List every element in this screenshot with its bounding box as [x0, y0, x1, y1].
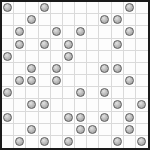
cell-r1c8[interactable]	[99, 14, 111, 26]
cell-r9c6[interactable]	[75, 112, 87, 124]
cell-r8c10[interactable]	[124, 99, 136, 111]
gray-stone	[100, 113, 109, 122]
cell-r10c10[interactable]	[124, 124, 136, 136]
cell-r5c3[interactable]	[39, 63, 51, 75]
gray-stone	[40, 100, 49, 109]
cell-r8c3[interactable]	[39, 99, 51, 111]
cell-r7c6[interactable]	[75, 87, 87, 99]
cell-r0c4[interactable]	[51, 2, 63, 14]
cell-r6c1[interactable]	[14, 75, 26, 87]
cell-r3c8[interactable]	[99, 39, 111, 51]
gray-stone	[88, 125, 97, 134]
cell-r11c6[interactable]	[75, 136, 87, 148]
cell-r9c7[interactable]	[87, 112, 99, 124]
gray-stone	[40, 40, 49, 49]
cell-r6c3[interactable]	[39, 75, 51, 87]
cell-r4c6[interactable]	[75, 51, 87, 63]
cell-r3c3[interactable]	[39, 39, 51, 51]
cell-r7c9[interactable]	[112, 87, 124, 99]
cell-r0c10[interactable]	[124, 2, 136, 14]
gray-stone	[100, 64, 109, 73]
cell-r8c11[interactable]	[136, 99, 148, 111]
cell-r3c1[interactable]	[14, 39, 26, 51]
cell-r9c8[interactable]	[99, 112, 111, 124]
cell-r7c0[interactable]	[2, 87, 14, 99]
cell-r2c6[interactable]	[75, 26, 87, 38]
cell-r3c7[interactable]	[87, 39, 99, 51]
cell-r5c2[interactable]	[26, 63, 38, 75]
cell-r2c1[interactable]	[14, 26, 26, 38]
gray-stone	[27, 100, 36, 109]
cell-r5c10[interactable]	[124, 63, 136, 75]
cell-r9c9[interactable]	[112, 112, 124, 124]
gray-stone	[125, 3, 134, 12]
cell-r1c10[interactable]	[124, 14, 136, 26]
gray-stone	[113, 137, 122, 146]
cell-r10c2[interactable]	[26, 124, 38, 136]
cell-r11c4[interactable]	[51, 136, 63, 148]
cell-r4c9[interactable]	[112, 51, 124, 63]
cell-r7c3[interactable]	[39, 87, 51, 99]
gray-stone	[76, 27, 85, 36]
cell-r8c5[interactable]	[63, 99, 75, 111]
cell-r8c9[interactable]	[112, 99, 124, 111]
cell-r10c3[interactable]	[39, 124, 51, 136]
gray-stone	[3, 3, 12, 12]
cell-r10c4[interactable]	[51, 124, 63, 136]
cell-r4c0[interactable]	[2, 51, 14, 63]
cell-r3c2[interactable]	[26, 39, 38, 51]
cell-r4c1[interactable]	[14, 51, 26, 63]
cell-r6c0[interactable]	[2, 75, 14, 87]
cell-r4c7[interactable]	[87, 51, 99, 63]
cell-r10c0[interactable]	[2, 124, 14, 136]
cell-r1c7[interactable]	[87, 14, 99, 26]
cell-r4c3[interactable]	[39, 51, 51, 63]
cell-r11c3[interactable]	[39, 136, 51, 148]
cell-r7c11[interactable]	[136, 87, 148, 99]
cell-r10c11[interactable]	[136, 124, 148, 136]
cell-r5c8[interactable]	[99, 63, 111, 75]
gray-stone	[113, 15, 122, 24]
cell-r7c5[interactable]	[63, 87, 75, 99]
cell-r8c7[interactable]	[87, 99, 99, 111]
cell-r2c11[interactable]	[136, 26, 148, 38]
cell-r4c5[interactable]	[63, 51, 75, 63]
gray-stone	[15, 27, 24, 36]
cell-r1c2[interactable]	[26, 14, 38, 26]
gray-stone	[52, 64, 61, 73]
cell-r7c4[interactable]	[51, 87, 63, 99]
cell-r2c8[interactable]	[99, 26, 111, 38]
gray-stone	[15, 40, 24, 49]
gray-stone	[76, 113, 85, 122]
cell-r4c4[interactable]	[51, 51, 63, 63]
cell-r7c1[interactable]	[14, 87, 26, 99]
cell-r3c6[interactable]	[75, 39, 87, 51]
cell-r0c9[interactable]	[112, 2, 124, 14]
gray-stone	[64, 40, 73, 49]
cell-r8c8[interactable]	[99, 99, 111, 111]
cell-r3c4[interactable]	[51, 39, 63, 51]
cell-r4c10[interactable]	[124, 51, 136, 63]
cell-r0c2[interactable]	[26, 2, 38, 14]
cell-r2c7[interactable]	[87, 26, 99, 38]
cell-r8c6[interactable]	[75, 99, 87, 111]
gray-stone	[64, 52, 73, 61]
cell-r2c4[interactable]	[51, 26, 63, 38]
cell-r11c7[interactable]	[87, 136, 99, 148]
cell-r0c5[interactable]	[63, 2, 75, 14]
cell-r5c11[interactable]	[136, 63, 148, 75]
cell-r0c6[interactable]	[75, 2, 87, 14]
cell-r0c11[interactable]	[136, 2, 148, 14]
cell-r6c6[interactable]	[75, 75, 87, 87]
cell-r0c1[interactable]	[14, 2, 26, 14]
cell-r2c9[interactable]	[112, 26, 124, 38]
cell-r11c1[interactable]	[14, 136, 26, 148]
gray-stone	[3, 52, 12, 61]
cell-r5c4[interactable]	[51, 63, 63, 75]
cell-r7c2[interactable]	[26, 87, 38, 99]
cell-r7c10[interactable]	[124, 87, 136, 99]
cell-r3c11[interactable]	[136, 39, 148, 51]
cell-r8c2[interactable]	[26, 99, 38, 111]
cell-r6c5[interactable]	[63, 75, 75, 87]
cell-r4c8[interactable]	[99, 51, 111, 63]
cell-r0c3[interactable]	[39, 2, 51, 14]
gray-stone	[76, 125, 85, 134]
cell-r11c8[interactable]	[99, 136, 111, 148]
cell-r0c8[interactable]	[99, 2, 111, 14]
cell-r11c0[interactable]	[2, 136, 14, 148]
cell-r5c6[interactable]	[75, 63, 87, 75]
cell-r11c11[interactable]	[136, 136, 148, 148]
cell-r1c11[interactable]	[136, 14, 148, 26]
gray-stone	[137, 137, 146, 146]
cell-r9c1[interactable]	[14, 112, 26, 124]
cell-r3c9[interactable]	[112, 39, 124, 51]
gray-stone	[113, 64, 122, 73]
gray-stone	[52, 76, 61, 85]
cell-r3c0[interactable]	[2, 39, 14, 51]
cell-r5c7[interactable]	[87, 63, 99, 75]
cell-r4c2[interactable]	[26, 51, 38, 63]
puzzle-board	[0, 0, 150, 150]
cell-r0c0[interactable]	[2, 2, 14, 14]
cell-r5c1[interactable]	[14, 63, 26, 75]
cell-r11c2[interactable]	[26, 136, 38, 148]
cell-r1c0[interactable]	[2, 14, 14, 26]
gray-stone	[137, 100, 146, 109]
gray-stone	[52, 27, 61, 36]
cell-r1c3[interactable]	[39, 14, 51, 26]
gray-stone	[64, 137, 73, 146]
cell-r9c2[interactable]	[26, 112, 38, 124]
cell-r8c0[interactable]	[2, 99, 14, 111]
cell-r0c7[interactable]	[87, 2, 99, 14]
cell-r9c0[interactable]	[2, 112, 14, 124]
gray-stone	[125, 125, 134, 134]
cell-r8c4[interactable]	[51, 99, 63, 111]
cell-r6c8[interactable]	[99, 75, 111, 87]
cell-r10c5[interactable]	[63, 124, 75, 136]
cell-r9c4[interactable]	[51, 112, 63, 124]
gray-stone	[27, 15, 36, 24]
gray-stone	[125, 27, 134, 36]
cell-r10c9[interactable]	[112, 124, 124, 136]
cell-r6c4[interactable]	[51, 75, 63, 87]
gray-stone	[100, 15, 109, 24]
cell-r2c0[interactable]	[2, 26, 14, 38]
cell-r1c4[interactable]	[51, 14, 63, 26]
gray-stone	[113, 100, 122, 109]
cell-r2c5[interactable]	[63, 26, 75, 38]
cell-r1c9[interactable]	[112, 14, 124, 26]
cell-r1c5[interactable]	[63, 14, 75, 26]
cell-r6c10[interactable]	[124, 75, 136, 87]
cell-r7c7[interactable]	[87, 87, 99, 99]
cell-r4c11[interactable]	[136, 51, 148, 63]
gray-stone	[40, 3, 49, 12]
cell-r6c11[interactable]	[136, 75, 148, 87]
cell-r8c1[interactable]	[14, 99, 26, 111]
gray-stone	[125, 76, 134, 85]
gray-stone	[27, 125, 36, 134]
gray-stone	[64, 113, 73, 122]
cell-r6c2[interactable]	[26, 75, 38, 87]
cell-r9c5[interactable]	[63, 112, 75, 124]
cell-r9c3[interactable]	[39, 112, 51, 124]
gray-stone	[125, 113, 134, 122]
cell-r6c9[interactable]	[112, 75, 124, 87]
gray-stone	[3, 88, 12, 97]
cell-r6c7[interactable]	[87, 75, 99, 87]
cell-r3c5[interactable]	[63, 39, 75, 51]
cell-r2c10[interactable]	[124, 26, 136, 38]
cell-r9c11[interactable]	[136, 112, 148, 124]
cell-r10c7[interactable]	[87, 124, 99, 136]
gray-stone	[113, 40, 122, 49]
cell-r2c3[interactable]	[39, 26, 51, 38]
cell-r5c0[interactable]	[2, 63, 14, 75]
gray-stone	[27, 76, 36, 85]
cell-r5c9[interactable]	[112, 63, 124, 75]
cell-r7c8[interactable]	[99, 87, 111, 99]
cell-r3c10[interactable]	[124, 39, 136, 51]
cell-r2c2[interactable]	[26, 26, 38, 38]
cell-r11c10[interactable]	[124, 136, 136, 148]
cell-r10c6[interactable]	[75, 124, 87, 136]
cell-r9c10[interactable]	[124, 112, 136, 124]
gray-stone	[76, 88, 85, 97]
gray-stone	[40, 137, 49, 146]
cell-r10c8[interactable]	[99, 124, 111, 136]
gray-stone	[100, 88, 109, 97]
cell-r1c1[interactable]	[14, 14, 26, 26]
cell-r11c9[interactable]	[112, 136, 124, 148]
cell-r11c5[interactable]	[63, 136, 75, 148]
gray-stone	[15, 76, 24, 85]
cell-r5c5[interactable]	[63, 63, 75, 75]
cell-r10c1[interactable]	[14, 124, 26, 136]
gray-stone	[15, 137, 24, 146]
gray-stone	[3, 113, 12, 122]
gray-stone	[27, 64, 36, 73]
cell-r1c6[interactable]	[75, 14, 87, 26]
